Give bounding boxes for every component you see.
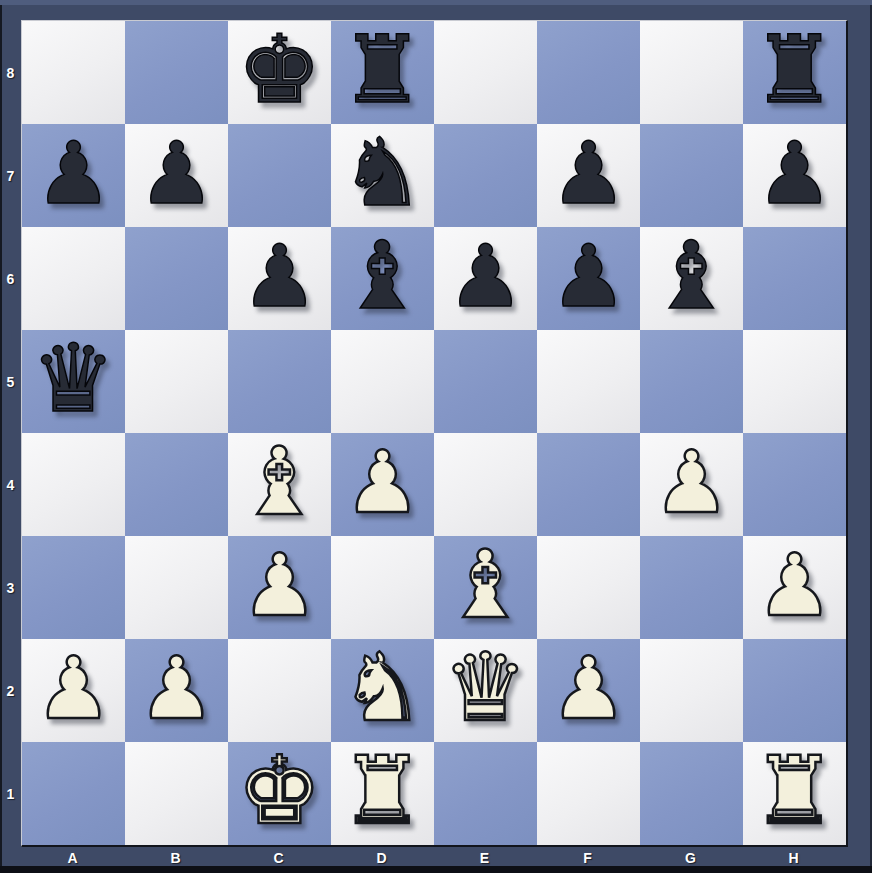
- square-c8[interactable]: ♚: [228, 21, 331, 124]
- square-d5[interactable]: [331, 330, 434, 433]
- square-a2[interactable]: ♟: [22, 639, 125, 742]
- black-pawn[interactable]: ♟: [241, 233, 318, 319]
- file-label-g: G: [639, 849, 742, 867]
- rank-labels: 87654321: [0, 21, 21, 845]
- square-g4[interactable]: ♟: [640, 433, 743, 536]
- board-frame: 87654321 ♚♜♜♟♟♞♟♟♟♝♟♟♝♛♝♟♟♟♝♟♟♟♞♛♟♚♜♜ AB…: [0, 0, 872, 873]
- black-pawn[interactable]: ♟: [550, 130, 627, 216]
- square-f1[interactable]: [537, 742, 640, 845]
- square-b4[interactable]: [125, 433, 228, 536]
- square-f2[interactable]: ♟: [537, 639, 640, 742]
- square-g7[interactable]: [640, 124, 743, 227]
- white-rook[interactable]: ♜: [752, 744, 836, 838]
- square-a8[interactable]: [22, 21, 125, 124]
- square-h5[interactable]: [743, 330, 846, 433]
- black-rook[interactable]: ♜: [752, 23, 836, 117]
- square-e8[interactable]: [434, 21, 537, 124]
- white-king[interactable]: ♚: [237, 744, 321, 838]
- white-pawn[interactable]: ♟: [653, 439, 730, 525]
- file-label-c: C: [227, 849, 330, 867]
- rank-label-7: 7: [0, 124, 21, 227]
- square-e6[interactable]: ♟: [434, 227, 537, 330]
- black-pawn[interactable]: ♟: [138, 130, 215, 216]
- square-a5[interactable]: ♛: [22, 330, 125, 433]
- square-d1[interactable]: ♜: [331, 742, 434, 845]
- square-h7[interactable]: ♟: [743, 124, 846, 227]
- square-e5[interactable]: [434, 330, 537, 433]
- square-h4[interactable]: [743, 433, 846, 536]
- square-h2[interactable]: [743, 639, 846, 742]
- square-g1[interactable]: [640, 742, 743, 845]
- square-e4[interactable]: [434, 433, 537, 536]
- white-queen[interactable]: ♛: [443, 641, 527, 735]
- square-b5[interactable]: [125, 330, 228, 433]
- file-label-h: H: [742, 849, 845, 867]
- square-d3[interactable]: [331, 536, 434, 639]
- rank-label-3: 3: [0, 536, 21, 639]
- black-pawn[interactable]: ♟: [35, 130, 112, 216]
- square-h3[interactable]: ♟: [743, 536, 846, 639]
- black-rook[interactable]: ♜: [340, 23, 424, 117]
- square-d6[interactable]: ♝: [331, 227, 434, 330]
- square-b3[interactable]: [125, 536, 228, 639]
- white-pawn[interactable]: ♟: [344, 439, 421, 525]
- square-f3[interactable]: [537, 536, 640, 639]
- rank-label-5: 5: [0, 330, 21, 433]
- square-f8[interactable]: [537, 21, 640, 124]
- square-h8[interactable]: ♜: [743, 21, 846, 124]
- rank-label-2: 2: [0, 639, 21, 742]
- file-labels: ABCDEFGH: [21, 849, 845, 867]
- white-pawn[interactable]: ♟: [35, 645, 112, 731]
- frame-top-strip: [0, 0, 872, 5]
- file-label-f: F: [536, 849, 639, 867]
- square-d7[interactable]: ♞: [331, 124, 434, 227]
- frame-bottom-bar: [0, 866, 872, 873]
- square-c3[interactable]: ♟: [228, 536, 331, 639]
- square-c4[interactable]: ♝: [228, 433, 331, 536]
- square-a1[interactable]: [22, 742, 125, 845]
- square-e2[interactable]: ♛: [434, 639, 537, 742]
- square-b1[interactable]: [125, 742, 228, 845]
- square-c6[interactable]: ♟: [228, 227, 331, 330]
- square-g3[interactable]: [640, 536, 743, 639]
- black-queen[interactable]: ♛: [31, 332, 115, 426]
- square-b2[interactable]: ♟: [125, 639, 228, 742]
- rank-label-8: 8: [0, 21, 21, 124]
- rank-label-6: 6: [0, 227, 21, 330]
- white-bishop[interactable]: ♝: [443, 538, 527, 632]
- square-g2[interactable]: [640, 639, 743, 742]
- square-g6[interactable]: ♝: [640, 227, 743, 330]
- square-f5[interactable]: [537, 330, 640, 433]
- square-f7[interactable]: ♟: [537, 124, 640, 227]
- square-f6[interactable]: ♟: [537, 227, 640, 330]
- black-pawn[interactable]: ♟: [550, 233, 627, 319]
- square-e1[interactable]: [434, 742, 537, 845]
- square-e7[interactable]: [434, 124, 537, 227]
- square-a7[interactable]: ♟: [22, 124, 125, 227]
- square-h1[interactable]: ♜: [743, 742, 846, 845]
- square-a3[interactable]: [22, 536, 125, 639]
- square-g8[interactable]: [640, 21, 743, 124]
- square-a4[interactable]: [22, 433, 125, 536]
- square-d4[interactable]: ♟: [331, 433, 434, 536]
- black-king[interactable]: ♚: [237, 23, 321, 117]
- rank-label-4: 4: [0, 433, 21, 536]
- square-d8[interactable]: ♜: [331, 21, 434, 124]
- square-c1[interactable]: ♚: [228, 742, 331, 845]
- square-b6[interactable]: [125, 227, 228, 330]
- square-a6[interactable]: [22, 227, 125, 330]
- square-c2[interactable]: [228, 639, 331, 742]
- black-bishop[interactable]: ♝: [340, 229, 424, 323]
- rank-label-1: 1: [0, 742, 21, 845]
- white-pawn[interactable]: ♟: [241, 542, 318, 628]
- square-d2[interactable]: ♞: [331, 639, 434, 742]
- white-pawn[interactable]: ♟: [550, 645, 627, 731]
- square-b8[interactable]: [125, 21, 228, 124]
- file-label-b: B: [124, 849, 227, 867]
- black-knight[interactable]: ♞: [340, 126, 424, 220]
- white-bishop[interactable]: ♝: [237, 435, 321, 529]
- white-rook[interactable]: ♜: [340, 744, 424, 838]
- white-pawn[interactable]: ♟: [138, 645, 215, 731]
- square-f4[interactable]: [537, 433, 640, 536]
- file-label-d: D: [330, 849, 433, 867]
- square-h6[interactable]: [743, 227, 846, 330]
- black-bishop[interactable]: ♝: [649, 229, 733, 323]
- square-e3[interactable]: ♝: [434, 536, 537, 639]
- square-c7[interactable]: [228, 124, 331, 227]
- square-b7[interactable]: ♟: [125, 124, 228, 227]
- square-g5[interactable]: [640, 330, 743, 433]
- file-label-a: A: [21, 849, 124, 867]
- white-knight[interactable]: ♞: [340, 641, 424, 735]
- square-c5[interactable]: [228, 330, 331, 433]
- black-pawn[interactable]: ♟: [447, 233, 524, 319]
- chess-board: ♚♜♜♟♟♞♟♟♟♝♟♟♝♛♝♟♟♟♝♟♟♟♞♛♟♚♜♜: [21, 20, 848, 847]
- black-pawn[interactable]: ♟: [756, 130, 833, 216]
- file-label-e: E: [433, 849, 536, 867]
- white-pawn[interactable]: ♟: [756, 542, 833, 628]
